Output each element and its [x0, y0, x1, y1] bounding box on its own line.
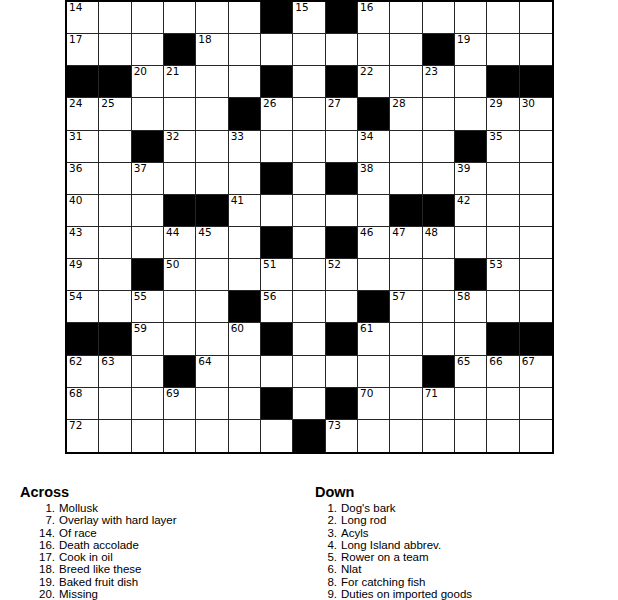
- white-cell[interactable]: [293, 388, 325, 420]
- white-cell[interactable]: 48: [423, 227, 455, 259]
- clue-text: Cook in oil: [59, 551, 113, 563]
- white-cell[interactable]: [196, 98, 228, 130]
- clue-text: Rower on a team: [341, 551, 429, 563]
- cell-number: 53: [489, 259, 502, 271]
- cell-number: 60: [231, 323, 244, 335]
- clue-text: Mollusk: [59, 502, 98, 514]
- clue-text: Acyls: [341, 527, 368, 539]
- white-cell[interactable]: 62: [67, 356, 99, 388]
- down-clue-item: 1.Dog's bark: [314, 502, 472, 514]
- white-cell[interactable]: 25: [99, 98, 131, 130]
- cell-number: 34: [360, 131, 373, 143]
- cell-number: 21: [166, 66, 179, 78]
- white-cell[interactable]: [487, 195, 519, 227]
- white-cell[interactable]: [99, 291, 131, 323]
- clue-number: 16.: [17, 539, 55, 551]
- white-cell[interactable]: [261, 195, 293, 227]
- clue-number: 17.: [17, 551, 55, 563]
- white-cell[interactable]: [164, 323, 196, 355]
- white-cell[interactable]: [293, 291, 325, 323]
- clue-number: 4.: [314, 539, 337, 551]
- black-cell: [326, 323, 358, 355]
- white-cell[interactable]: [229, 2, 261, 34]
- white-cell[interactable]: [261, 420, 293, 452]
- down-clue-item: 6.Nlat: [314, 563, 472, 575]
- white-cell[interactable]: [293, 131, 325, 163]
- down-clue-item: 3.Acyls: [314, 527, 472, 539]
- white-cell[interactable]: [164, 2, 196, 34]
- cell-number: 24: [69, 98, 82, 110]
- down-clue-item: 5.Rower on a team: [314, 551, 472, 563]
- white-cell[interactable]: [229, 66, 261, 98]
- white-cell[interactable]: [164, 420, 196, 452]
- clue-text: Overlay with hard layer: [59, 514, 177, 526]
- white-cell[interactable]: [520, 388, 552, 420]
- across-clue-item: 1.Mollusk: [17, 502, 177, 514]
- white-cell[interactable]: [293, 259, 325, 291]
- clue-text: Baked fruit dish: [59, 576, 138, 588]
- white-cell[interactable]: [390, 356, 422, 388]
- white-cell[interactable]: 37: [132, 163, 164, 195]
- cell-number: 71: [425, 388, 438, 400]
- white-cell[interactable]: 26: [261, 98, 293, 130]
- black-cell: [326, 227, 358, 259]
- black-cell: [487, 323, 519, 355]
- white-cell[interactable]: [229, 388, 261, 420]
- white-cell[interactable]: [326, 291, 358, 323]
- cell-number: 23: [425, 66, 438, 78]
- down-clues: Down 1.Dog's bark2.Long rod3.Acyls4.Long…: [314, 484, 472, 600]
- white-cell[interactable]: [390, 2, 422, 34]
- white-cell[interactable]: [326, 356, 358, 388]
- white-cell[interactable]: [293, 356, 325, 388]
- white-cell[interactable]: [196, 131, 228, 163]
- white-cell[interactable]: [196, 163, 228, 195]
- white-cell[interactable]: [358, 420, 390, 452]
- cell-number: 47: [392, 227, 405, 239]
- cell-number: 28: [392, 98, 405, 110]
- white-cell[interactable]: [99, 131, 131, 163]
- white-cell[interactable]: 47: [390, 227, 422, 259]
- white-cell[interactable]: 71: [423, 388, 455, 420]
- white-cell[interactable]: 57: [390, 291, 422, 323]
- white-cell[interactable]: [132, 98, 164, 130]
- white-cell[interactable]: 65: [455, 356, 487, 388]
- white-cell[interactable]: [164, 291, 196, 323]
- white-cell[interactable]: [196, 259, 228, 291]
- white-cell[interactable]: [229, 259, 261, 291]
- black-cell: [164, 195, 196, 227]
- white-cell[interactable]: [196, 291, 228, 323]
- white-cell[interactable]: 67: [520, 356, 552, 388]
- white-cell[interactable]: [293, 323, 325, 355]
- white-cell[interactable]: 19: [455, 34, 487, 66]
- white-cell[interactable]: [423, 98, 455, 130]
- clue-number: 3.: [314, 527, 337, 539]
- white-cell[interactable]: [423, 131, 455, 163]
- white-cell[interactable]: [132, 195, 164, 227]
- white-cell[interactable]: [358, 356, 390, 388]
- white-cell[interactable]: [358, 195, 390, 227]
- black-cell: [455, 131, 487, 163]
- across-clue-item: 7.Overlay with hard layer: [17, 514, 177, 526]
- white-cell[interactable]: [455, 2, 487, 34]
- white-cell[interactable]: [487, 34, 519, 66]
- cell-number: 29: [489, 98, 502, 110]
- white-cell[interactable]: 30: [520, 98, 552, 130]
- white-cell[interactable]: [293, 163, 325, 195]
- white-cell[interactable]: 42: [455, 195, 487, 227]
- cell-number: 55: [134, 291, 147, 303]
- white-cell[interactable]: [423, 2, 455, 34]
- clue-text: Long Island abbrev.: [341, 539, 441, 551]
- white-cell[interactable]: [390, 163, 422, 195]
- white-cell[interactable]: 50: [164, 259, 196, 291]
- white-cell[interactable]: [196, 2, 228, 34]
- white-cell[interactable]: 52: [326, 259, 358, 291]
- crossword-puzzle-page: 1415161718192021222324252627282930313233…: [0, 0, 618, 600]
- white-cell[interactable]: [293, 66, 325, 98]
- white-cell[interactable]: [196, 323, 228, 355]
- white-cell[interactable]: [520, 34, 552, 66]
- white-cell[interactable]: [390, 34, 422, 66]
- cell-number: 17: [69, 34, 82, 46]
- white-cell[interactable]: 60: [229, 323, 261, 355]
- clue-number: 7.: [17, 514, 55, 526]
- black-cell: [326, 163, 358, 195]
- white-cell[interactable]: 59: [132, 323, 164, 355]
- cell-number: 72: [69, 420, 82, 432]
- white-cell[interactable]: 36: [67, 163, 99, 195]
- white-cell[interactable]: [487, 291, 519, 323]
- white-cell[interactable]: 14: [67, 2, 99, 34]
- clue-text: For catching fish: [341, 576, 425, 588]
- cell-number: 16: [360, 2, 373, 14]
- white-cell[interactable]: 27: [326, 98, 358, 130]
- white-cell[interactable]: [229, 356, 261, 388]
- white-cell[interactable]: 21: [164, 66, 196, 98]
- white-cell[interactable]: 70: [358, 388, 390, 420]
- across-clue-item: 19.Baked fruit dish: [17, 576, 177, 588]
- white-cell[interactable]: [99, 420, 131, 452]
- cell-number: 62: [69, 356, 82, 368]
- cell-number: 56: [263, 291, 276, 303]
- white-cell[interactable]: [99, 34, 131, 66]
- white-cell[interactable]: [132, 2, 164, 34]
- cell-number: 50: [166, 259, 179, 271]
- cell-number: 45: [198, 227, 211, 239]
- black-cell: [99, 323, 131, 355]
- down-clue-item: 4.Long Island abbrev.: [314, 539, 472, 551]
- across-header: Across: [20, 484, 177, 500]
- white-cell[interactable]: 39: [455, 163, 487, 195]
- cell-number: 57: [392, 291, 405, 303]
- down-clue-item: 9.Duties on imported goods: [314, 588, 472, 600]
- cell-number: 27: [328, 98, 341, 110]
- cell-number: 48: [425, 227, 438, 239]
- white-cell[interactable]: 54: [67, 291, 99, 323]
- white-cell[interactable]: [520, 227, 552, 259]
- cell-number: 68: [69, 388, 82, 400]
- white-cell[interactable]: 69: [164, 388, 196, 420]
- white-cell[interactable]: 44: [164, 227, 196, 259]
- cell-number: 67: [522, 356, 535, 368]
- clue-number: 1.: [314, 502, 337, 514]
- cell-number: 44: [166, 227, 179, 239]
- white-cell[interactable]: [99, 227, 131, 259]
- black-cell: [326, 388, 358, 420]
- white-cell[interactable]: 17: [67, 34, 99, 66]
- cell-number: 59: [134, 323, 147, 335]
- across-clue-item: 20.Missing: [17, 588, 177, 600]
- white-cell[interactable]: [99, 2, 131, 34]
- black-cell: [164, 356, 196, 388]
- black-cell: [261, 323, 293, 355]
- white-cell[interactable]: 38: [358, 163, 390, 195]
- black-cell: [326, 2, 358, 34]
- white-cell[interactable]: 64: [196, 356, 228, 388]
- white-cell[interactable]: [390, 420, 422, 452]
- cell-number: 36: [69, 163, 82, 175]
- white-cell[interactable]: [261, 131, 293, 163]
- white-cell[interactable]: 63: [99, 356, 131, 388]
- white-cell[interactable]: [487, 2, 519, 34]
- black-cell: [520, 323, 552, 355]
- white-cell[interactable]: 28: [390, 98, 422, 130]
- white-cell[interactable]: 55: [132, 291, 164, 323]
- black-cell: [261, 227, 293, 259]
- black-cell: [326, 66, 358, 98]
- white-cell[interactable]: 22: [358, 66, 390, 98]
- black-cell: [261, 388, 293, 420]
- white-cell[interactable]: [520, 163, 552, 195]
- cell-number: 73: [328, 420, 341, 432]
- black-cell: [293, 420, 325, 452]
- cell-number: 37: [134, 163, 147, 175]
- white-cell[interactable]: 45: [196, 227, 228, 259]
- cell-number: 63: [101, 356, 114, 368]
- cell-number: 51: [263, 259, 276, 271]
- black-cell: [132, 131, 164, 163]
- white-cell[interactable]: [229, 163, 261, 195]
- white-cell[interactable]: [520, 131, 552, 163]
- cell-number: 40: [69, 195, 82, 207]
- white-cell[interactable]: 66: [487, 356, 519, 388]
- white-cell[interactable]: [455, 388, 487, 420]
- white-cell[interactable]: [520, 2, 552, 34]
- white-cell[interactable]: 16: [358, 2, 390, 34]
- clue-number: 6.: [314, 563, 337, 575]
- white-cell[interactable]: [390, 259, 422, 291]
- black-cell: [261, 163, 293, 195]
- white-cell[interactable]: [261, 34, 293, 66]
- white-cell[interactable]: [455, 323, 487, 355]
- down-clue-item: 2.Long rod: [314, 514, 472, 526]
- white-cell[interactable]: [293, 34, 325, 66]
- black-cell: [164, 34, 196, 66]
- white-cell[interactable]: 35: [487, 131, 519, 163]
- white-cell[interactable]: [455, 227, 487, 259]
- white-cell[interactable]: 58: [455, 291, 487, 323]
- cell-number: 65: [457, 356, 470, 368]
- white-cell[interactable]: 73: [326, 420, 358, 452]
- black-cell: [261, 66, 293, 98]
- white-cell[interactable]: [293, 227, 325, 259]
- white-cell[interactable]: [487, 388, 519, 420]
- white-cell[interactable]: [196, 388, 228, 420]
- white-cell[interactable]: [229, 34, 261, 66]
- white-cell[interactable]: [423, 420, 455, 452]
- cell-number: 32: [166, 131, 179, 143]
- white-cell[interactable]: [261, 356, 293, 388]
- black-cell: [261, 2, 293, 34]
- cell-number: 19: [457, 34, 470, 46]
- white-cell[interactable]: 43: [67, 227, 99, 259]
- white-cell[interactable]: [358, 34, 390, 66]
- white-cell[interactable]: 18: [196, 34, 228, 66]
- white-cell[interactable]: [99, 259, 131, 291]
- white-cell[interactable]: 41: [229, 195, 261, 227]
- white-cell[interactable]: [99, 163, 131, 195]
- white-cell[interactable]: [390, 131, 422, 163]
- down-clue-list: 1.Dog's bark2.Long rod3.Acyls4.Long Isla…: [314, 502, 472, 600]
- white-cell[interactable]: 40: [67, 195, 99, 227]
- black-cell: [455, 259, 487, 291]
- white-cell[interactable]: 23: [423, 66, 455, 98]
- white-cell[interactable]: [326, 131, 358, 163]
- white-cell[interactable]: 32: [164, 131, 196, 163]
- cell-number: 14: [69, 2, 82, 14]
- white-cell[interactable]: 53: [487, 259, 519, 291]
- clue-text: Missing: [59, 588, 98, 600]
- white-cell[interactable]: [164, 163, 196, 195]
- black-cell: [99, 66, 131, 98]
- crossword-grid: 1415161718192021222324252627282930313233…: [65, 0, 554, 454]
- cell-number: 69: [166, 388, 179, 400]
- white-cell[interactable]: [423, 323, 455, 355]
- across-clue-item: 18.Breed like these: [17, 563, 177, 575]
- white-cell[interactable]: 24: [67, 98, 99, 130]
- white-cell[interactable]: 51: [261, 259, 293, 291]
- white-cell[interactable]: [293, 98, 325, 130]
- white-cell[interactable]: [423, 163, 455, 195]
- clue-text: Breed like these: [59, 563, 141, 575]
- cell-number: 49: [69, 259, 82, 271]
- black-cell: [196, 195, 228, 227]
- white-cell[interactable]: [520, 291, 552, 323]
- white-cell[interactable]: [99, 195, 131, 227]
- cell-number: 43: [69, 227, 82, 239]
- black-cell: [487, 66, 519, 98]
- white-cell[interactable]: [132, 34, 164, 66]
- black-cell: [520, 66, 552, 98]
- white-cell[interactable]: 31: [67, 131, 99, 163]
- white-cell[interactable]: 46: [358, 227, 390, 259]
- cell-number: 64: [198, 356, 211, 368]
- clue-number: 19.: [17, 576, 55, 588]
- black-cell: [358, 98, 390, 130]
- white-cell[interactable]: [196, 66, 228, 98]
- clue-text: Dog's bark: [341, 502, 396, 514]
- white-cell[interactable]: [196, 420, 228, 452]
- white-cell[interactable]: [423, 291, 455, 323]
- clue-number: 5.: [314, 551, 337, 563]
- white-cell[interactable]: [487, 163, 519, 195]
- white-cell[interactable]: [520, 420, 552, 452]
- across-clue-item: 14.Of race: [17, 527, 177, 539]
- clue-number: 18.: [17, 563, 55, 575]
- cell-number: 15: [295, 2, 308, 14]
- white-cell[interactable]: [99, 388, 131, 420]
- cell-number: 54: [69, 291, 82, 303]
- clue-number: 2.: [314, 514, 337, 526]
- white-cell[interactable]: [520, 195, 552, 227]
- clue-text: Nlat: [341, 563, 361, 575]
- white-cell[interactable]: 20: [132, 66, 164, 98]
- black-cell: [67, 66, 99, 98]
- cell-number: 18: [198, 34, 211, 46]
- white-cell[interactable]: [455, 420, 487, 452]
- white-cell[interactable]: [132, 227, 164, 259]
- cell-number: 22: [360, 66, 373, 78]
- white-cell[interactable]: [487, 420, 519, 452]
- white-cell[interactable]: [455, 66, 487, 98]
- white-cell[interactable]: [326, 195, 358, 227]
- black-cell: [229, 98, 261, 130]
- cell-number: 46: [360, 227, 373, 239]
- white-cell[interactable]: [164, 98, 196, 130]
- white-cell[interactable]: [390, 388, 422, 420]
- white-cell[interactable]: [132, 356, 164, 388]
- white-cell[interactable]: [358, 259, 390, 291]
- cell-number: 42: [457, 195, 470, 207]
- black-cell: [358, 291, 390, 323]
- white-cell[interactable]: [455, 98, 487, 130]
- black-cell: [423, 356, 455, 388]
- clue-number: 8.: [314, 576, 337, 588]
- white-cell[interactable]: [229, 420, 261, 452]
- white-cell[interactable]: [390, 323, 422, 355]
- white-cell[interactable]: 49: [67, 259, 99, 291]
- white-cell[interactable]: 56: [261, 291, 293, 323]
- white-cell[interactable]: [423, 259, 455, 291]
- white-cell[interactable]: [132, 388, 164, 420]
- down-header: Down: [315, 484, 472, 500]
- white-cell[interactable]: [326, 34, 358, 66]
- cell-number: 38: [360, 163, 373, 175]
- white-cell[interactable]: [293, 195, 325, 227]
- white-cell[interactable]: [487, 227, 519, 259]
- white-cell[interactable]: 15: [293, 2, 325, 34]
- white-cell[interactable]: 34: [358, 131, 390, 163]
- white-cell[interactable]: [132, 420, 164, 452]
- cell-number: 39: [457, 163, 470, 175]
- white-cell[interactable]: 33: [229, 131, 261, 163]
- cell-number: 20: [134, 66, 147, 78]
- cell-number: 25: [101, 98, 114, 110]
- cell-number: 61: [360, 323, 373, 335]
- white-cell[interactable]: [229, 227, 261, 259]
- white-cell[interactable]: 72: [67, 420, 99, 452]
- white-cell[interactable]: [520, 259, 552, 291]
- white-cell[interactable]: 29: [487, 98, 519, 130]
- black-cell: [132, 259, 164, 291]
- white-cell[interactable]: 61: [358, 323, 390, 355]
- white-cell[interactable]: [390, 66, 422, 98]
- white-cell[interactable]: 68: [67, 388, 99, 420]
- cell-number: 30: [522, 98, 535, 110]
- clue-number: 1.: [17, 502, 55, 514]
